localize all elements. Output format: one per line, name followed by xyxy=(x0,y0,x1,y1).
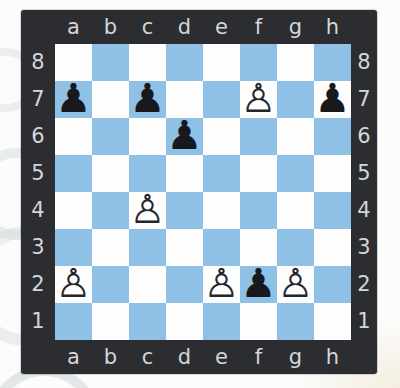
square-h4[interactable] xyxy=(314,192,351,229)
square-h2[interactable] xyxy=(314,266,351,303)
frame-corner-top-left xyxy=(21,10,55,44)
rank-label-left-1: 1 xyxy=(21,303,55,340)
square-f1[interactable] xyxy=(240,303,277,340)
square-h6[interactable] xyxy=(314,118,351,155)
square-c7[interactable]: ♟ xyxy=(129,81,166,118)
rank-label-right-4: 4 xyxy=(351,192,377,229)
frame-corner-top-right xyxy=(351,10,377,44)
square-a2[interactable]: ♙ xyxy=(55,266,92,303)
square-b3[interactable] xyxy=(92,229,129,266)
white-pawn: ♙ xyxy=(130,191,166,228)
square-e8[interactable] xyxy=(203,44,240,81)
square-g1[interactable] xyxy=(277,303,314,340)
square-g2[interactable]: ♙ xyxy=(277,266,314,303)
chess-board: abcdefgh887♟♟♙♟76♟6554♙4332♙♙♟♙211abcdef… xyxy=(21,10,377,374)
white-pawn: ♙ xyxy=(204,265,240,302)
square-g5[interactable] xyxy=(277,155,314,192)
square-h5[interactable] xyxy=(314,155,351,192)
square-a5[interactable] xyxy=(55,155,92,192)
rank-label-left-5: 5 xyxy=(21,155,55,192)
square-b4[interactable] xyxy=(92,192,129,229)
black-pawn: ♟ xyxy=(167,117,203,154)
square-d3[interactable] xyxy=(166,229,203,266)
square-f6[interactable] xyxy=(240,118,277,155)
file-label-top-e: e xyxy=(203,10,240,44)
file-label-bottom-g: g xyxy=(277,340,314,374)
square-e4[interactable] xyxy=(203,192,240,229)
square-d6[interactable]: ♟ xyxy=(166,118,203,155)
rank-label-right-5: 5 xyxy=(351,155,377,192)
frame-corner-bottom-left xyxy=(21,340,55,374)
square-c1[interactable] xyxy=(129,303,166,340)
file-label-top-d: d xyxy=(166,10,203,44)
file-label-bottom-d: d xyxy=(166,340,203,374)
rank-label-left-6: 6 xyxy=(21,118,55,155)
square-b6[interactable] xyxy=(92,118,129,155)
square-e7[interactable] xyxy=(203,81,240,118)
chess-board-frame: abcdefgh887♟♟♙♟76♟6554♙4332♙♙♟♙211abcdef… xyxy=(21,10,377,374)
frame-corner-bottom-right xyxy=(351,340,377,374)
square-b8[interactable] xyxy=(92,44,129,81)
rank-label-right-2: 2 xyxy=(351,266,377,303)
square-h3[interactable] xyxy=(314,229,351,266)
file-label-top-g: g xyxy=(277,10,314,44)
rank-label-left-3: 3 xyxy=(21,229,55,266)
square-d1[interactable] xyxy=(166,303,203,340)
square-c2[interactable] xyxy=(129,266,166,303)
file-label-bottom-h: h xyxy=(314,340,351,374)
black-pawn: ♟ xyxy=(56,80,92,117)
square-a4[interactable] xyxy=(55,192,92,229)
file-label-top-a: a xyxy=(55,10,92,44)
square-g6[interactable] xyxy=(277,118,314,155)
square-f2[interactable]: ♟ xyxy=(240,266,277,303)
square-h1[interactable] xyxy=(314,303,351,340)
file-label-bottom-c: c xyxy=(129,340,166,374)
black-pawn: ♟ xyxy=(315,80,351,117)
square-a1[interactable] xyxy=(55,303,92,340)
square-f5[interactable] xyxy=(240,155,277,192)
white-pawn: ♙ xyxy=(56,265,92,302)
rank-label-left-4: 4 xyxy=(21,192,55,229)
rank-label-right-1: 1 xyxy=(351,303,377,340)
file-label-top-c: c xyxy=(129,10,166,44)
rank-label-left-7: 7 xyxy=(21,81,55,118)
black-pawn: ♟ xyxy=(241,265,277,302)
file-label-bottom-f: f xyxy=(240,340,277,374)
rank-label-right-7: 7 xyxy=(351,81,377,118)
white-pawn: ♙ xyxy=(241,80,277,117)
white-pawn: ♙ xyxy=(278,265,314,302)
square-g7[interactable] xyxy=(277,81,314,118)
square-g4[interactable] xyxy=(277,192,314,229)
square-a7[interactable]: ♟ xyxy=(55,81,92,118)
square-d2[interactable] xyxy=(166,266,203,303)
scanned-page: abcdefgh887♟♟♙♟76♟6554♙4332♙♙♟♙211abcdef… xyxy=(0,0,400,388)
square-b1[interactable] xyxy=(92,303,129,340)
file-label-bottom-e: e xyxy=(203,340,240,374)
square-b2[interactable] xyxy=(92,266,129,303)
square-h7[interactable]: ♟ xyxy=(314,81,351,118)
square-c4[interactable]: ♙ xyxy=(129,192,166,229)
file-label-top-f: f xyxy=(240,10,277,44)
rank-label-left-8: 8 xyxy=(21,44,55,81)
square-g8[interactable] xyxy=(277,44,314,81)
rank-label-right-6: 6 xyxy=(351,118,377,155)
square-c3[interactable] xyxy=(129,229,166,266)
square-b5[interactable] xyxy=(92,155,129,192)
square-c6[interactable] xyxy=(129,118,166,155)
rank-label-right-3: 3 xyxy=(351,229,377,266)
square-f7[interactable]: ♙ xyxy=(240,81,277,118)
black-pawn: ♟ xyxy=(130,80,166,117)
file-label-bottom-b: b xyxy=(92,340,129,374)
square-d5[interactable] xyxy=(166,155,203,192)
square-e1[interactable] xyxy=(203,303,240,340)
rank-label-right-8: 8 xyxy=(351,44,377,81)
file-label-top-b: b xyxy=(92,10,129,44)
square-b7[interactable] xyxy=(92,81,129,118)
square-e5[interactable] xyxy=(203,155,240,192)
square-a6[interactable] xyxy=(55,118,92,155)
square-e6[interactable] xyxy=(203,118,240,155)
square-d4[interactable] xyxy=(166,192,203,229)
square-d8[interactable] xyxy=(166,44,203,81)
square-e2[interactable]: ♙ xyxy=(203,266,240,303)
square-f4[interactable] xyxy=(240,192,277,229)
file-label-top-h: h xyxy=(314,10,351,44)
rank-label-left-2: 2 xyxy=(21,266,55,303)
file-label-bottom-a: a xyxy=(55,340,92,374)
